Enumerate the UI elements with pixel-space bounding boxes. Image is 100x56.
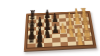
chess-board: ♜♟♟♜♟♝♟♞♝♟♞♟♝♛♟♟♛♝♟♟♜♜♟♞♞♟♚♟♟♚♟♟ [26,12,94,48]
photo-background: ♜♟♟♜♟♝♟♞♝♟♞♟♝♛♟♟♛♝♟♟♜♜♟♞♞♟♚♟♟♚♟♟ [0,0,100,56]
square-h8 [27,43,35,48]
square-h7: ♟ [36,43,44,48]
square-h1 [84,40,93,45]
chess-board-frame: ♜♟♟♜♟♝♟♞♝♟♞♟♝♛♟♟♛♝♟♟♜♜♟♞♞♟♚♟♟♚♟♟ [24,11,97,51]
square-h6 [44,42,52,47]
square-h5 [52,42,60,47]
